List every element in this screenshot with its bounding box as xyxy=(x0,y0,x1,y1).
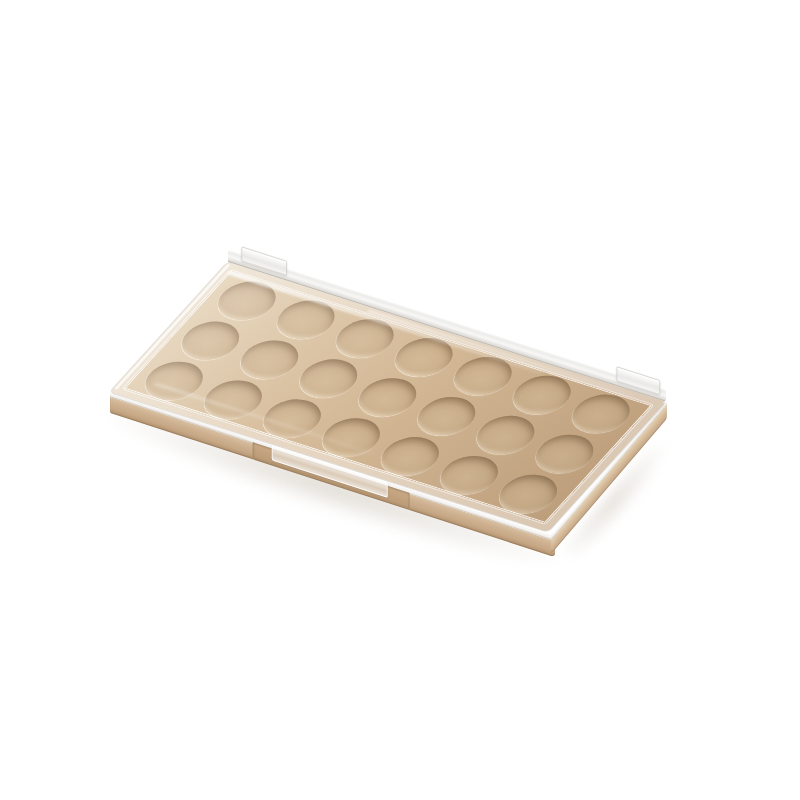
palette-photo xyxy=(0,0,800,800)
